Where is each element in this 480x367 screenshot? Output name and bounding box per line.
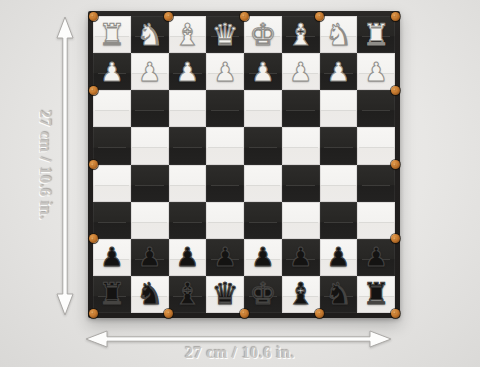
- board-square: [206, 90, 244, 127]
- board-square: [131, 202, 169, 239]
- height-dimension-label: 27 cm / 10.6 in.: [36, 82, 54, 248]
- board-square: ♚: [244, 276, 282, 313]
- frame-stud: [240, 12, 249, 21]
- frame-stud: [240, 309, 249, 318]
- black-pawn: ♟: [176, 244, 199, 270]
- board-square: [169, 165, 207, 202]
- board-square: ♝: [169, 16, 207, 53]
- board-square: [131, 127, 169, 164]
- black-rook: ♜: [98, 279, 125, 309]
- black-pawn: ♟: [100, 244, 123, 270]
- board-square: [357, 90, 395, 127]
- black-bishop: ♝: [174, 279, 201, 309]
- frame-stud: [89, 12, 98, 21]
- board-square: ♟: [357, 53, 395, 90]
- frame-stud: [89, 86, 98, 95]
- board-square: [244, 90, 282, 127]
- white-pawn: ♟: [289, 59, 312, 85]
- board-square: [357, 202, 395, 239]
- frame-stud: [89, 234, 98, 243]
- frame-stud: [391, 86, 400, 95]
- frame-stud: [315, 309, 324, 318]
- frame-stud: [89, 309, 98, 318]
- white-knight: ♞: [325, 20, 352, 50]
- board-square: [206, 202, 244, 239]
- board-square: ♟: [357, 239, 395, 276]
- frame-stud: [164, 309, 173, 318]
- board-square: ♚: [244, 16, 282, 53]
- black-rook: ♜: [363, 279, 390, 309]
- board-square: [357, 127, 395, 164]
- white-rook: ♜: [98, 20, 125, 50]
- board-square: ♛: [206, 16, 244, 53]
- board-square: [93, 127, 131, 164]
- board-square: ♟: [169, 53, 207, 90]
- board-square: [131, 90, 169, 127]
- black-pawn: ♟: [289, 244, 312, 270]
- board-square: [244, 127, 282, 164]
- white-bishop: ♝: [174, 20, 201, 50]
- white-queen: ♛: [212, 20, 239, 50]
- board-square: [320, 165, 358, 202]
- board-square: ♜: [93, 276, 131, 313]
- white-king: ♚: [249, 20, 276, 50]
- black-pawn: ♟: [251, 244, 274, 270]
- frame-stud: [391, 309, 400, 318]
- white-pawn: ♟: [213, 59, 236, 85]
- black-pawn: ♟: [138, 244, 161, 270]
- black-knight: ♞: [136, 279, 163, 309]
- board-square: [320, 202, 358, 239]
- board-square: ♟: [320, 239, 358, 276]
- frame-stud: [315, 12, 324, 21]
- board-square: ♟: [131, 53, 169, 90]
- board-square: ♟: [244, 53, 282, 90]
- board-square: ♟: [131, 239, 169, 276]
- product-image: 27 cm / 10.6 in. ♜♞♝♛♚♝♞♜♟♟♟♟♟♟♟♟♟♟♟♟♟♟♟…: [0, 0, 480, 367]
- white-pawn: ♟: [176, 59, 199, 85]
- board-square: [131, 165, 169, 202]
- board-square: ♝: [169, 276, 207, 313]
- board-square: [169, 90, 207, 127]
- board-square: ♟: [206, 53, 244, 90]
- chess-board: ♜♞♝♛♚♝♞♜♟♟♟♟♟♟♟♟♟♟♟♟♟♟♟♟♜♞♝♛♚♝♞♜: [88, 11, 400, 318]
- white-pawn: ♟: [364, 59, 387, 85]
- board-square: [244, 165, 282, 202]
- board-square: [282, 127, 320, 164]
- board-square: [93, 90, 131, 127]
- black-bishop: ♝: [287, 279, 314, 309]
- black-knight: ♞: [325, 279, 352, 309]
- board-square: ♛: [206, 276, 244, 313]
- board-square: [206, 127, 244, 164]
- frame-stud: [89, 160, 98, 169]
- board-square: ♜: [93, 16, 131, 53]
- board-square: ♟: [206, 239, 244, 276]
- board-square: [206, 165, 244, 202]
- board-square: [93, 202, 131, 239]
- board-square: [320, 127, 358, 164]
- black-king: ♚: [249, 279, 276, 309]
- white-pawn: ♟: [138, 59, 161, 85]
- board-square: ♟: [244, 239, 282, 276]
- board-square: [282, 165, 320, 202]
- board-square: ♟: [320, 53, 358, 90]
- black-pawn: ♟: [327, 244, 350, 270]
- board-square: [169, 202, 207, 239]
- frame-stud: [391, 160, 400, 169]
- board-square: ♝: [282, 16, 320, 53]
- frame-stud: [164, 12, 173, 21]
- board-square: ♝: [282, 276, 320, 313]
- height-dimension-arrow: [55, 16, 75, 316]
- board-square: ♜: [357, 276, 395, 313]
- board-square: [244, 202, 282, 239]
- width-dimension-label: 27 cm / 10.6 in.: [140, 344, 340, 362]
- board-square: ♟: [169, 239, 207, 276]
- black-pawn: ♟: [364, 244, 387, 270]
- board-square: [169, 127, 207, 164]
- white-knight: ♞: [136, 20, 163, 50]
- board-square: [282, 202, 320, 239]
- black-queen: ♛: [212, 279, 239, 309]
- white-pawn: ♟: [327, 59, 350, 85]
- board-square: [282, 90, 320, 127]
- board-square: ♞: [320, 16, 358, 53]
- board-square: ♟: [93, 53, 131, 90]
- board-square: ♟: [282, 239, 320, 276]
- board-square: ♜: [357, 16, 395, 53]
- board-square: [93, 165, 131, 202]
- white-rook: ♜: [363, 20, 390, 50]
- board-square: [320, 90, 358, 127]
- board-square: ♞: [131, 16, 169, 53]
- board-square: ♞: [131, 276, 169, 313]
- white-bishop: ♝: [287, 20, 314, 50]
- board-square: ♟: [282, 53, 320, 90]
- frame-stud: [391, 234, 400, 243]
- black-pawn: ♟: [213, 244, 236, 270]
- board-square: ♞: [320, 276, 358, 313]
- board-square: [357, 165, 395, 202]
- white-pawn: ♟: [251, 59, 274, 85]
- white-pawn: ♟: [100, 59, 123, 85]
- frame-stud: [391, 12, 400, 21]
- board-square: ♟: [93, 239, 131, 276]
